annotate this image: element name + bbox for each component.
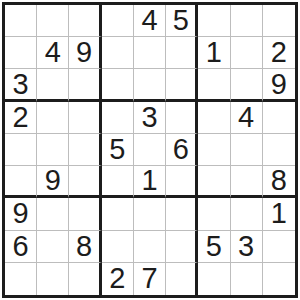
cell-r6c4[interactable] — [102, 166, 134, 198]
cell-r3c8[interactable] — [231, 69, 263, 101]
cell-r6c9[interactable]: 8 — [263, 166, 295, 198]
cell-r1c1[interactable] — [5, 5, 37, 37]
cell-r1c8[interactable] — [231, 5, 263, 37]
cell-r5c2[interactable] — [37, 134, 69, 166]
cell-r5c1[interactable] — [5, 134, 37, 166]
cell-r1c9[interactable] — [263, 5, 295, 37]
cell-r1c7[interactable] — [198, 5, 230, 37]
cell-r3c1[interactable]: 3 — [5, 69, 37, 101]
cell-r7c8[interactable] — [231, 198, 263, 230]
cell-r8c9[interactable] — [263, 231, 295, 263]
cell-r9c4[interactable]: 2 — [102, 263, 134, 295]
cell-r7c3[interactable] — [69, 198, 101, 230]
cell-r2c5[interactable] — [134, 37, 166, 69]
cell-r4c2[interactable] — [37, 102, 69, 134]
cell-r7c6[interactable] — [166, 198, 198, 230]
cell-r9c6[interactable] — [166, 263, 198, 295]
cell-r9c9[interactable] — [263, 263, 295, 295]
cell-r3c7[interactable] — [198, 69, 230, 101]
cell-r7c9[interactable]: 1 — [263, 198, 295, 230]
sudoku-puzzle: 454912392345691891685327 — [0, 0, 300, 300]
cell-r7c1[interactable]: 9 — [5, 198, 37, 230]
cell-r6c5[interactable]: 1 — [134, 166, 166, 198]
cell-r7c2[interactable] — [37, 198, 69, 230]
cell-r6c1[interactable] — [5, 166, 37, 198]
cell-r6c3[interactable] — [69, 166, 101, 198]
cell-r4c9[interactable] — [263, 102, 295, 134]
cell-r5c8[interactable] — [231, 134, 263, 166]
cell-r8c5[interactable] — [134, 231, 166, 263]
cell-r8c8[interactable]: 3 — [231, 231, 263, 263]
cell-r9c2[interactable] — [37, 263, 69, 295]
cell-r5c9[interactable] — [263, 134, 295, 166]
cell-r4c5[interactable]: 3 — [134, 102, 166, 134]
cell-r8c3[interactable]: 8 — [69, 231, 101, 263]
cell-r8c4[interactable] — [102, 231, 134, 263]
cell-r8c7[interactable]: 5 — [198, 231, 230, 263]
cell-r3c9[interactable]: 9 — [263, 69, 295, 101]
cell-r9c1[interactable] — [5, 263, 37, 295]
cell-r2c7[interactable]: 1 — [198, 37, 230, 69]
cell-r3c3[interactable] — [69, 69, 101, 101]
cell-r4c7[interactable] — [198, 102, 230, 134]
cell-r2c6[interactable] — [166, 37, 198, 69]
cell-r4c1[interactable]: 2 — [5, 102, 37, 134]
sudoku-board: 454912392345691891685327 — [2, 2, 298, 298]
cell-r4c8[interactable]: 4 — [231, 102, 263, 134]
cell-r5c3[interactable] — [69, 134, 101, 166]
cell-r5c6[interactable]: 6 — [166, 134, 198, 166]
cell-r4c3[interactable] — [69, 102, 101, 134]
cell-r2c2[interactable]: 4 — [37, 37, 69, 69]
cell-r5c4[interactable]: 5 — [102, 134, 134, 166]
cell-r3c5[interactable] — [134, 69, 166, 101]
cell-r7c5[interactable] — [134, 198, 166, 230]
cell-r6c8[interactable] — [231, 166, 263, 198]
cell-r4c6[interactable] — [166, 102, 198, 134]
cell-r7c7[interactable] — [198, 198, 230, 230]
cell-r9c3[interactable] — [69, 263, 101, 295]
cell-r9c7[interactable] — [198, 263, 230, 295]
cell-r3c6[interactable] — [166, 69, 198, 101]
cell-r1c2[interactable] — [37, 5, 69, 37]
cell-r2c8[interactable] — [231, 37, 263, 69]
cell-r3c4[interactable] — [102, 69, 134, 101]
cell-r1c3[interactable] — [69, 5, 101, 37]
cell-r5c7[interactable] — [198, 134, 230, 166]
cell-r6c2[interactable]: 9 — [37, 166, 69, 198]
cell-r7c4[interactable] — [102, 198, 134, 230]
cell-r8c1[interactable]: 6 — [5, 231, 37, 263]
cell-r2c4[interactable] — [102, 37, 134, 69]
cell-r4c4[interactable] — [102, 102, 134, 134]
cell-r2c3[interactable]: 9 — [69, 37, 101, 69]
cell-r9c5[interactable]: 7 — [134, 263, 166, 295]
cell-r2c9[interactable]: 2 — [263, 37, 295, 69]
cell-r6c6[interactable] — [166, 166, 198, 198]
cell-r1c4[interactable] — [102, 5, 134, 37]
cell-r2c1[interactable] — [5, 37, 37, 69]
cell-r1c6[interactable]: 5 — [166, 5, 198, 37]
cell-r8c6[interactable] — [166, 231, 198, 263]
cell-r9c8[interactable] — [231, 263, 263, 295]
cell-r5c5[interactable] — [134, 134, 166, 166]
cell-r3c2[interactable] — [37, 69, 69, 101]
cell-r8c2[interactable] — [37, 231, 69, 263]
cell-r6c7[interactable] — [198, 166, 230, 198]
cell-r1c5[interactable]: 4 — [134, 5, 166, 37]
